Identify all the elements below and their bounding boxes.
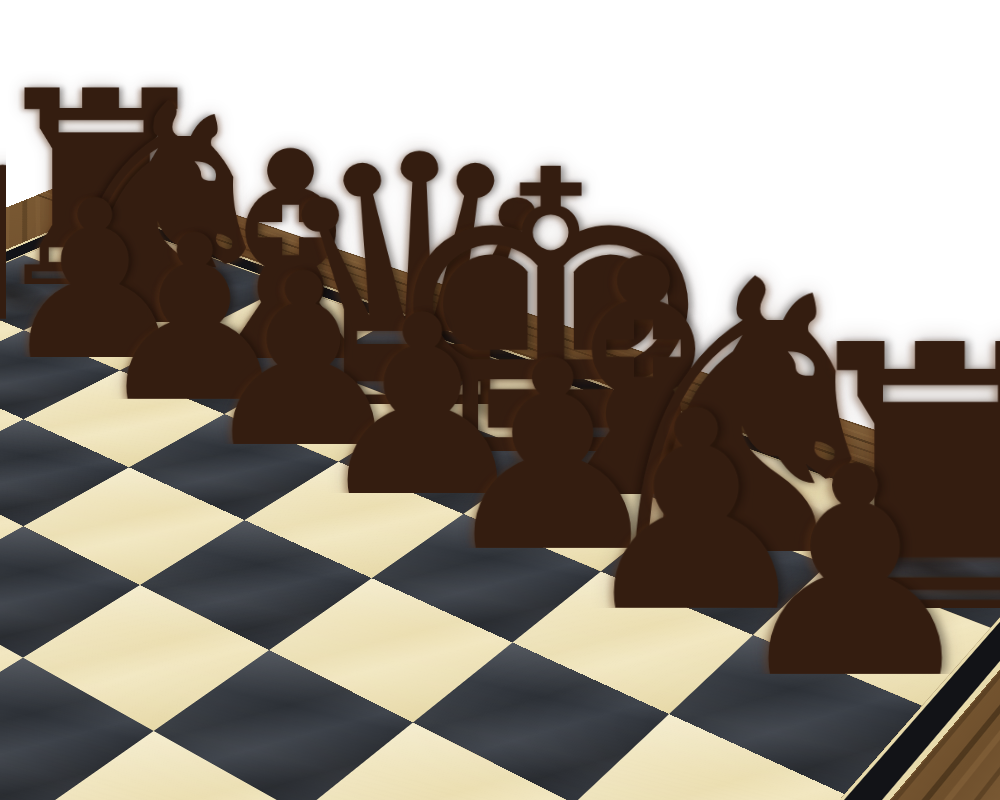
piece-black-pawn-h7: ♟ <box>697 429 1000 649</box>
board-squares: ♜♞♝♛♚♝♞♜♟♟♟♟♟♟♟♟ <box>0 220 1000 800</box>
photo-scene: ♜♞♝♛♚♝♞♜♟♟♟♟♟♟♟♟ <box>0 0 1000 800</box>
chess-board: ♜♞♝♛♚♝♞♜♟♟♟♟♟♟♟♟ <box>0 169 1000 800</box>
